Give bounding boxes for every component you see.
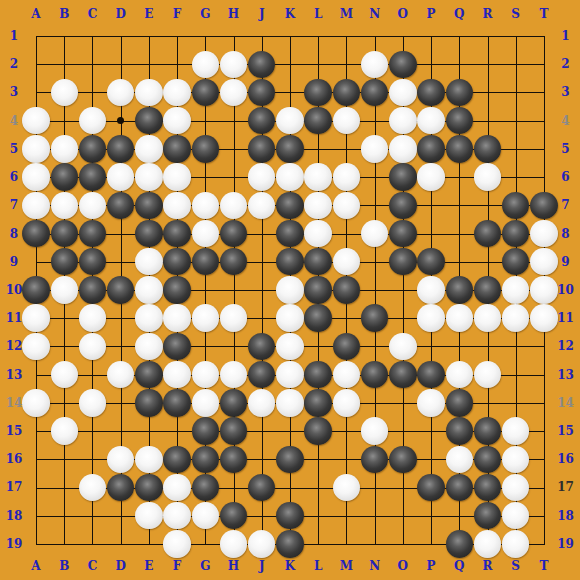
intersection-D6[interactable] xyxy=(107,163,135,191)
intersection-R2[interactable] xyxy=(473,50,501,78)
intersection-N12[interactable] xyxy=(361,332,389,360)
black-stone-C5 xyxy=(79,135,106,162)
intersection-E3[interactable] xyxy=(135,78,163,106)
intersection-O12[interactable] xyxy=(389,332,417,360)
intersection-C14[interactable] xyxy=(78,389,106,417)
intersection-E15[interactable] xyxy=(135,417,163,445)
intersection-G7[interactable] xyxy=(191,191,219,219)
black-stone-J12 xyxy=(248,333,275,360)
intersection-C12[interactable] xyxy=(78,332,106,360)
intersection-M8[interactable] xyxy=(332,219,360,247)
intersection-O15[interactable] xyxy=(389,417,417,445)
intersection-H9[interactable] xyxy=(219,248,247,276)
intersection-O2[interactable] xyxy=(389,50,417,78)
intersection-S11[interactable] xyxy=(502,304,530,332)
intersection-K5[interactable] xyxy=(276,135,304,163)
intersection-J3[interactable] xyxy=(248,78,276,106)
col-label-N-top: N xyxy=(361,0,389,28)
intersection-F11[interactable] xyxy=(163,304,191,332)
intersection-F3[interactable] xyxy=(163,78,191,106)
intersection-H8[interactable] xyxy=(219,219,247,247)
intersection-B5[interactable] xyxy=(50,135,78,163)
intersection-J11[interactable] xyxy=(248,304,276,332)
intersection-K3[interactable] xyxy=(276,78,304,106)
intersection-E10[interactable] xyxy=(135,276,163,304)
intersection-S6[interactable] xyxy=(502,163,530,191)
intersection-F8[interactable] xyxy=(163,219,191,247)
intersection-S5[interactable] xyxy=(502,135,530,163)
intersection-J16[interactable] xyxy=(248,445,276,473)
black-stone-K5 xyxy=(276,135,303,162)
intersection-B11[interactable] xyxy=(50,304,78,332)
intersection-C11[interactable] xyxy=(78,304,106,332)
intersection-O8[interactable] xyxy=(389,219,417,247)
intersection-P9[interactable] xyxy=(417,248,445,276)
intersection-Q9[interactable] xyxy=(445,248,473,276)
intersection-N17[interactable] xyxy=(361,473,389,501)
intersection-F7[interactable] xyxy=(163,191,191,219)
intersection-P15[interactable] xyxy=(417,417,445,445)
intersection-M15[interactable] xyxy=(332,417,360,445)
intersection-C16[interactable] xyxy=(78,445,106,473)
intersection-J18[interactable] xyxy=(248,502,276,530)
intersection-H17[interactable] xyxy=(219,473,247,501)
intersection-P16[interactable] xyxy=(417,445,445,473)
intersection-N11[interactable] xyxy=(361,304,389,332)
intersection-F16[interactable] xyxy=(163,445,191,473)
intersection-P4[interactable] xyxy=(417,107,445,135)
intersection-R12[interactable] xyxy=(473,332,501,360)
intersection-L2[interactable] xyxy=(304,50,332,78)
intersection-G8[interactable] xyxy=(191,219,219,247)
intersection-M5[interactable] xyxy=(332,135,360,163)
intersection-D16[interactable] xyxy=(107,445,135,473)
intersection-B10[interactable] xyxy=(50,276,78,304)
intersection-Q17[interactable] xyxy=(445,473,473,501)
intersection-E9[interactable] xyxy=(135,248,163,276)
intersection-O7[interactable] xyxy=(389,191,417,219)
intersection-S16[interactable] xyxy=(502,445,530,473)
intersection-F5[interactable] xyxy=(163,135,191,163)
intersection-E8[interactable] xyxy=(135,219,163,247)
intersection-M10[interactable] xyxy=(332,276,360,304)
intersection-Q14[interactable] xyxy=(445,389,473,417)
intersection-E13[interactable] xyxy=(135,361,163,389)
intersection-F2[interactable] xyxy=(163,50,191,78)
intersection-H18[interactable] xyxy=(219,502,247,530)
intersection-L15[interactable] xyxy=(304,417,332,445)
intersection-M13[interactable] xyxy=(332,361,360,389)
intersection-P13[interactable] xyxy=(417,361,445,389)
intersection-B8[interactable] xyxy=(50,219,78,247)
intersection-B3[interactable] xyxy=(50,78,78,106)
intersection-P11[interactable] xyxy=(417,304,445,332)
intersection-J14[interactable] xyxy=(248,389,276,417)
intersection-L6[interactable] xyxy=(304,163,332,191)
intersection-G6[interactable] xyxy=(191,163,219,191)
intersection-H6[interactable] xyxy=(219,163,247,191)
intersection-K4[interactable] xyxy=(276,107,304,135)
intersection-M9[interactable] xyxy=(332,248,360,276)
intersection-E16[interactable] xyxy=(135,445,163,473)
intersection-J15[interactable] xyxy=(248,417,276,445)
intersection-C2[interactable] xyxy=(78,50,106,78)
intersection-Q12[interactable] xyxy=(445,332,473,360)
intersection-R17[interactable] xyxy=(473,473,501,501)
intersection-L17[interactable] xyxy=(304,473,332,501)
intersection-O11[interactable] xyxy=(389,304,417,332)
black-stone-R18 xyxy=(474,502,501,529)
intersection-R13[interactable] xyxy=(473,361,501,389)
intersection-R4[interactable] xyxy=(473,107,501,135)
intersection-K10[interactable] xyxy=(276,276,304,304)
intersection-D7[interactable] xyxy=(107,191,135,219)
intersection-C18[interactable] xyxy=(78,502,106,530)
intersection-P2[interactable] xyxy=(417,50,445,78)
intersection-C6[interactable] xyxy=(78,163,106,191)
intersection-K13[interactable] xyxy=(276,361,304,389)
intersection-H5[interactable] xyxy=(219,135,247,163)
intersection-M14[interactable] xyxy=(332,389,360,417)
intersection-B2[interactable] xyxy=(50,50,78,78)
intersection-N6[interactable] xyxy=(361,163,389,191)
intersection-F17[interactable] xyxy=(163,473,191,501)
intersection-P3[interactable] xyxy=(417,78,445,106)
intersection-J6[interactable] xyxy=(248,163,276,191)
intersection-Q10[interactable] xyxy=(445,276,473,304)
intersection-G5[interactable] xyxy=(191,135,219,163)
intersection-N5[interactable] xyxy=(361,135,389,163)
intersection-N16[interactable] xyxy=(361,445,389,473)
intersection-N2[interactable] xyxy=(361,50,389,78)
intersection-J8[interactable] xyxy=(248,219,276,247)
intersection-P8[interactable] xyxy=(417,219,445,247)
intersection-D4[interactable] xyxy=(107,107,135,135)
intersection-E6[interactable] xyxy=(135,163,163,191)
intersection-Q11[interactable] xyxy=(445,304,473,332)
intersection-J13[interactable] xyxy=(248,361,276,389)
intersection-Q15[interactable] xyxy=(445,417,473,445)
intersection-Q13[interactable] xyxy=(445,361,473,389)
intersection-E17[interactable] xyxy=(135,473,163,501)
intersection-K11[interactable] xyxy=(276,304,304,332)
intersection-F18[interactable] xyxy=(163,502,191,530)
intersection-B15[interactable] xyxy=(50,417,78,445)
intersection-O6[interactable] xyxy=(389,163,417,191)
black-stone-Q14 xyxy=(446,389,473,416)
intersection-K2[interactable] xyxy=(276,50,304,78)
intersection-G17[interactable] xyxy=(191,473,219,501)
intersection-C8[interactable] xyxy=(78,219,106,247)
intersection-E11[interactable] xyxy=(135,304,163,332)
intersection-Q16[interactable] xyxy=(445,445,473,473)
intersection-H13[interactable] xyxy=(219,361,247,389)
intersection-K7[interactable] xyxy=(276,191,304,219)
intersection-M18[interactable] xyxy=(332,502,360,530)
intersection-F9[interactable] xyxy=(163,248,191,276)
intersection-K15[interactable] xyxy=(276,417,304,445)
intersection-S15[interactable] xyxy=(502,417,530,445)
intersection-N18[interactable] xyxy=(361,502,389,530)
intersection-G4[interactable] xyxy=(191,107,219,135)
intersection-G14[interactable] xyxy=(191,389,219,417)
intersection-B13[interactable] xyxy=(50,361,78,389)
intersection-F10[interactable] xyxy=(163,276,191,304)
intersection-H12[interactable] xyxy=(219,332,247,360)
intersection-R9[interactable] xyxy=(473,248,501,276)
intersection-J5[interactable] xyxy=(248,135,276,163)
intersection-E18[interactable] xyxy=(135,502,163,530)
intersection-G3[interactable] xyxy=(191,78,219,106)
intersection-M17[interactable] xyxy=(332,473,360,501)
intersection-K18[interactable] xyxy=(276,502,304,530)
intersection-M2[interactable] xyxy=(332,50,360,78)
intersection-S10[interactable] xyxy=(502,276,530,304)
intersection-N10[interactable] xyxy=(361,276,389,304)
intersection-J2[interactable] xyxy=(248,50,276,78)
intersection-O5[interactable] xyxy=(389,135,417,163)
intersection-J12[interactable] xyxy=(248,332,276,360)
intersection-O4[interactable] xyxy=(389,107,417,135)
intersection-S2[interactable] xyxy=(502,50,530,78)
intersection-S7[interactable] xyxy=(502,191,530,219)
intersection-K8[interactable] xyxy=(276,219,304,247)
intersection-G15[interactable] xyxy=(191,417,219,445)
intersection-F12[interactable] xyxy=(163,332,191,360)
intersection-O9[interactable] xyxy=(389,248,417,276)
intersection-L7[interactable] xyxy=(304,191,332,219)
intersection-M6[interactable] xyxy=(332,163,360,191)
intersection-P12[interactable] xyxy=(417,332,445,360)
intersection-B18[interactable] xyxy=(50,502,78,530)
intersection-D10[interactable] xyxy=(107,276,135,304)
intersection-S12[interactable] xyxy=(502,332,530,360)
intersection-L11[interactable] xyxy=(304,304,332,332)
intersection-S14[interactable] xyxy=(502,389,530,417)
intersection-B4[interactable] xyxy=(50,107,78,135)
intersection-P14[interactable] xyxy=(417,389,445,417)
intersection-L10[interactable] xyxy=(304,276,332,304)
intersection-L3[interactable] xyxy=(304,78,332,106)
intersection-C13[interactable] xyxy=(78,361,106,389)
intersection-H3[interactable] xyxy=(219,78,247,106)
intersection-Q4[interactable] xyxy=(445,107,473,135)
intersection-R3[interactable] xyxy=(473,78,501,106)
intersection-F13[interactable] xyxy=(163,361,191,389)
intersection-S9[interactable] xyxy=(502,248,530,276)
intersection-B7[interactable] xyxy=(50,191,78,219)
intersection-L4[interactable] xyxy=(304,107,332,135)
intersection-Q2[interactable] xyxy=(445,50,473,78)
intersection-P10[interactable] xyxy=(417,276,445,304)
intersection-G12[interactable] xyxy=(191,332,219,360)
intersection-D13[interactable] xyxy=(107,361,135,389)
intersection-F4[interactable] xyxy=(163,107,191,135)
intersection-D15[interactable] xyxy=(107,417,135,445)
intersection-C15[interactable] xyxy=(78,417,106,445)
col-label-H-top: H xyxy=(219,0,247,28)
intersection-P5[interactable] xyxy=(417,135,445,163)
intersection-O16[interactable] xyxy=(389,445,417,473)
intersection-C7[interactable] xyxy=(78,191,106,219)
intersection-C4[interactable] xyxy=(78,107,106,135)
intersection-O10[interactable] xyxy=(389,276,417,304)
intersection-B14[interactable] xyxy=(50,389,78,417)
intersection-S3[interactable] xyxy=(502,78,530,106)
intersection-D3[interactable] xyxy=(107,78,135,106)
intersection-E4[interactable] xyxy=(135,107,163,135)
intersection-D2[interactable] xyxy=(107,50,135,78)
intersection-Q18[interactable] xyxy=(445,502,473,530)
intersection-C9[interactable] xyxy=(78,248,106,276)
intersection-G2[interactable] xyxy=(191,50,219,78)
intersection-O14[interactable] xyxy=(389,389,417,417)
intersection-O13[interactable] xyxy=(389,361,417,389)
intersection-R11[interactable] xyxy=(473,304,501,332)
intersection-H15[interactable] xyxy=(219,417,247,445)
intersection-N15[interactable] xyxy=(361,417,389,445)
intersection-S17[interactable] xyxy=(502,473,530,501)
intersection-H14[interactable] xyxy=(219,389,247,417)
intersection-K16[interactable] xyxy=(276,445,304,473)
intersection-F15[interactable] xyxy=(163,417,191,445)
intersection-S18[interactable] xyxy=(502,502,530,530)
intersection-J4[interactable] xyxy=(248,107,276,135)
intersection-G13[interactable] xyxy=(191,361,219,389)
intersection-B9[interactable] xyxy=(50,248,78,276)
black-stone-E14 xyxy=(135,389,162,416)
intersection-D18[interactable] xyxy=(107,502,135,530)
intersection-R14[interactable] xyxy=(473,389,501,417)
intersection-R5[interactable] xyxy=(473,135,501,163)
intersection-H2[interactable] xyxy=(219,50,247,78)
intersection-K6[interactable] xyxy=(276,163,304,191)
intersection-N14[interactable] xyxy=(361,389,389,417)
intersection-F6[interactable] xyxy=(163,163,191,191)
intersection-P18[interactable] xyxy=(417,502,445,530)
intersection-G10[interactable] xyxy=(191,276,219,304)
intersection-P7[interactable] xyxy=(417,191,445,219)
intersection-R6[interactable] xyxy=(473,163,501,191)
intersection-R10[interactable] xyxy=(473,276,501,304)
intersection-N4[interactable] xyxy=(361,107,389,135)
intersection-K14[interactable] xyxy=(276,389,304,417)
col-label-D-bottom: D xyxy=(107,552,135,580)
intersection-L16[interactable] xyxy=(304,445,332,473)
intersection-G18[interactable] xyxy=(191,502,219,530)
intersection-L8[interactable] xyxy=(304,219,332,247)
intersection-L14[interactable] xyxy=(304,389,332,417)
intersection-Q7[interactable] xyxy=(445,191,473,219)
intersection-L13[interactable] xyxy=(304,361,332,389)
intersection-K17[interactable] xyxy=(276,473,304,501)
intersection-R7[interactable] xyxy=(473,191,501,219)
intersection-B12[interactable] xyxy=(50,332,78,360)
intersection-D5[interactable] xyxy=(107,135,135,163)
intersection-N9[interactable] xyxy=(361,248,389,276)
intersection-P17[interactable] xyxy=(417,473,445,501)
intersection-E14[interactable] xyxy=(135,389,163,417)
intersection-J7[interactable] xyxy=(248,191,276,219)
intersection-N13[interactable] xyxy=(361,361,389,389)
intersection-D12[interactable] xyxy=(107,332,135,360)
intersection-H4[interactable] xyxy=(219,107,247,135)
intersection-E12[interactable] xyxy=(135,332,163,360)
intersection-N8[interactable] xyxy=(361,219,389,247)
intersection-B17[interactable] xyxy=(50,473,78,501)
intersection-J10[interactable] xyxy=(248,276,276,304)
intersection-N7[interactable] xyxy=(361,191,389,219)
intersection-L5[interactable] xyxy=(304,135,332,163)
intersection-E2[interactable] xyxy=(135,50,163,78)
intersection-S13[interactable] xyxy=(502,361,530,389)
intersection-R15[interactable] xyxy=(473,417,501,445)
intersection-G9[interactable] xyxy=(191,248,219,276)
intersection-S4[interactable] xyxy=(502,107,530,135)
intersection-L12[interactable] xyxy=(304,332,332,360)
intersection-B6[interactable] xyxy=(50,163,78,191)
intersection-K9[interactable] xyxy=(276,248,304,276)
intersection-M16[interactable] xyxy=(332,445,360,473)
intersection-M3[interactable] xyxy=(332,78,360,106)
intersection-C17[interactable] xyxy=(78,473,106,501)
intersection-H16[interactable] xyxy=(219,445,247,473)
intersection-D8[interactable] xyxy=(107,219,135,247)
intersection-M7[interactable] xyxy=(332,191,360,219)
intersection-G16[interactable] xyxy=(191,445,219,473)
intersection-R8[interactable] xyxy=(473,219,501,247)
intersection-C10[interactable] xyxy=(78,276,106,304)
intersection-O17[interactable] xyxy=(389,473,417,501)
intersection-C5[interactable] xyxy=(78,135,106,163)
black-stone-P5 xyxy=(417,135,444,162)
intersection-R18[interactable] xyxy=(473,502,501,530)
intersection-C3[interactable] xyxy=(78,78,106,106)
intersection-D11[interactable] xyxy=(107,304,135,332)
intersection-R16[interactable] xyxy=(473,445,501,473)
intersection-J17[interactable] xyxy=(248,473,276,501)
intersection-M4[interactable] xyxy=(332,107,360,135)
intersection-J9[interactable] xyxy=(248,248,276,276)
intersection-H10[interactable] xyxy=(219,276,247,304)
intersection-K12[interactable] xyxy=(276,332,304,360)
intersection-M11[interactable] xyxy=(332,304,360,332)
intersection-G11[interactable] xyxy=(191,304,219,332)
intersection-D17[interactable] xyxy=(107,473,135,501)
intersection-D14[interactable] xyxy=(107,389,135,417)
intersection-H11[interactable] xyxy=(219,304,247,332)
intersection-P6[interactable] xyxy=(417,163,445,191)
intersection-L18[interactable] xyxy=(304,502,332,530)
intersection-B16[interactable] xyxy=(50,445,78,473)
intersection-M12[interactable] xyxy=(332,332,360,360)
intersection-Q5[interactable] xyxy=(445,135,473,163)
intersection-N3[interactable] xyxy=(361,78,389,106)
intersection-O3[interactable] xyxy=(389,78,417,106)
intersection-D9[interactable] xyxy=(107,248,135,276)
intersection-Q8[interactable] xyxy=(445,219,473,247)
white-stone-R13 xyxy=(474,361,501,388)
intersection-Q3[interactable] xyxy=(445,78,473,106)
intersection-F14[interactable] xyxy=(163,389,191,417)
intersection-Q6[interactable] xyxy=(445,163,473,191)
intersection-O18[interactable] xyxy=(389,502,417,530)
intersection-L9[interactable] xyxy=(304,248,332,276)
intersection-E5[interactable] xyxy=(135,135,163,163)
intersection-H7[interactable] xyxy=(219,191,247,219)
intersection-E7[interactable] xyxy=(135,191,163,219)
intersection-S8[interactable] xyxy=(502,219,530,247)
